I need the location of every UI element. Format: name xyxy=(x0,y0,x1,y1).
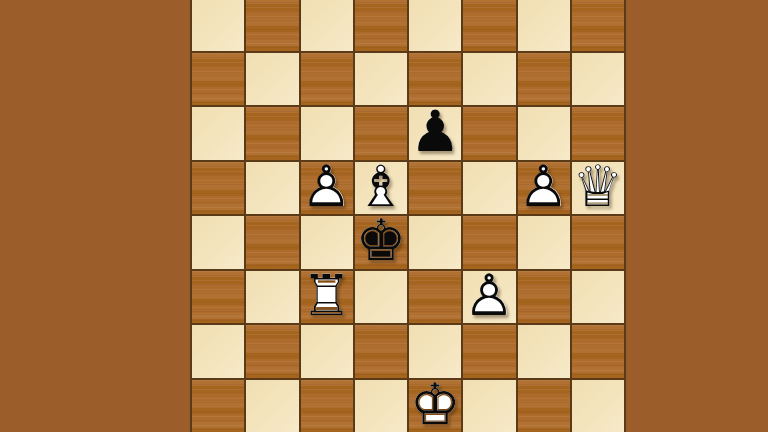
square-a5[interactable] xyxy=(192,162,244,215)
white-pawn[interactable]: ♟♙ xyxy=(301,162,353,215)
square-e1[interactable]: ♚♔ xyxy=(409,380,461,432)
white-rook-fill-glyph: ♜ xyxy=(301,267,352,324)
square-e3[interactable] xyxy=(409,271,461,324)
square-c8[interactable] xyxy=(301,0,353,51)
white-pawn[interactable]: ♟♙ xyxy=(518,162,570,215)
square-e7[interactable] xyxy=(409,53,461,106)
square-b2[interactable] xyxy=(246,325,298,378)
square-b6[interactable] xyxy=(246,107,298,160)
white-bishop[interactable]: ♝♗ xyxy=(355,162,407,215)
square-c2[interactable] xyxy=(301,325,353,378)
square-g3[interactable] xyxy=(518,271,570,324)
white-pawn-outline-glyph: ♙ xyxy=(301,158,352,215)
square-g7[interactable] xyxy=(518,53,570,106)
square-a3[interactable] xyxy=(192,271,244,324)
square-b5[interactable] xyxy=(246,162,298,215)
square-g2[interactable] xyxy=(518,325,570,378)
square-e2[interactable] xyxy=(409,325,461,378)
square-f5[interactable] xyxy=(463,162,515,215)
square-b7[interactable] xyxy=(246,53,298,106)
square-c3[interactable]: ♜♖ xyxy=(301,271,353,324)
square-h1[interactable] xyxy=(572,380,624,432)
white-pawn-outline-glyph: ♙ xyxy=(518,158,569,215)
square-b1[interactable] xyxy=(246,380,298,432)
square-c4[interactable] xyxy=(301,216,353,269)
square-f4[interactable] xyxy=(463,216,515,269)
square-c7[interactable] xyxy=(301,53,353,106)
square-c5[interactable]: ♟♙ xyxy=(301,162,353,215)
white-queen[interactable]: ♛♕ xyxy=(572,162,624,215)
square-h2[interactable] xyxy=(572,325,624,378)
square-g5[interactable]: ♟♙ xyxy=(518,162,570,215)
white-queen-outline-glyph: ♕ xyxy=(572,158,623,215)
square-a6[interactable] xyxy=(192,107,244,160)
square-e4[interactable] xyxy=(409,216,461,269)
square-c6[interactable] xyxy=(301,107,353,160)
square-h8[interactable] xyxy=(572,0,624,51)
black-king-outline-glyph: ♚ xyxy=(355,212,406,269)
square-h6[interactable] xyxy=(572,107,624,160)
square-d3[interactable] xyxy=(355,271,407,324)
square-b3[interactable] xyxy=(246,271,298,324)
square-d5[interactable]: ♝♗ xyxy=(355,162,407,215)
white-pawn-fill-glyph: ♟ xyxy=(518,158,569,215)
white-rook-outline-glyph: ♖ xyxy=(301,267,352,324)
square-h5[interactable]: ♛♕ xyxy=(572,162,624,215)
square-f7[interactable] xyxy=(463,53,515,106)
square-f3[interactable]: ♟♙ xyxy=(463,271,515,324)
black-pawn[interactable]: ♙♟ xyxy=(409,107,461,160)
white-pawn[interactable]: ♟♙ xyxy=(463,271,515,324)
square-a2[interactable] xyxy=(192,325,244,378)
square-f6[interactable] xyxy=(463,107,515,160)
white-bishop-fill-glyph: ♝ xyxy=(355,158,406,215)
square-f1[interactable] xyxy=(463,380,515,432)
chess-board: ♙♟♟♙♝♗♟♙♛♕♔♚♜♖♟♙♚♔ xyxy=(190,0,626,432)
square-d1[interactable] xyxy=(355,380,407,432)
white-pawn-fill-glyph: ♟ xyxy=(464,267,515,324)
black-pawn-outline-glyph: ♟ xyxy=(410,103,461,160)
page-background: ♙♟♟♙♝♗♟♙♛♕♔♚♜♖♟♙♚♔ xyxy=(0,0,768,432)
square-h7[interactable] xyxy=(572,53,624,106)
white-queen-fill-glyph: ♛ xyxy=(572,158,623,215)
square-b8[interactable] xyxy=(246,0,298,51)
square-g4[interactable] xyxy=(518,216,570,269)
square-h3[interactable] xyxy=(572,271,624,324)
square-f2[interactable] xyxy=(463,325,515,378)
square-d2[interactable] xyxy=(355,325,407,378)
black-king[interactable]: ♔♚ xyxy=(355,216,407,269)
square-d4[interactable]: ♔♚ xyxy=(355,216,407,269)
white-king-outline-glyph: ♔ xyxy=(410,376,461,432)
black-king-fill-glyph: ♔ xyxy=(355,212,406,269)
square-d6[interactable] xyxy=(355,107,407,160)
square-h4[interactable] xyxy=(572,216,624,269)
white-pawn-outline-glyph: ♙ xyxy=(464,267,515,324)
white-bishop-outline-glyph: ♗ xyxy=(355,158,406,215)
square-a7[interactable] xyxy=(192,53,244,106)
square-d8[interactable] xyxy=(355,0,407,51)
white-rook[interactable]: ♜♖ xyxy=(301,271,353,324)
square-g6[interactable] xyxy=(518,107,570,160)
white-king[interactable]: ♚♔ xyxy=(409,380,461,432)
white-pawn-fill-glyph: ♟ xyxy=(301,158,352,215)
square-e6[interactable]: ♙♟ xyxy=(409,107,461,160)
square-d7[interactable] xyxy=(355,53,407,106)
square-f8[interactable] xyxy=(463,0,515,51)
square-e8[interactable] xyxy=(409,0,461,51)
white-king-fill-glyph: ♚ xyxy=(410,376,461,432)
square-a1[interactable] xyxy=(192,380,244,432)
square-b4[interactable] xyxy=(246,216,298,269)
square-a8[interactable] xyxy=(192,0,244,51)
black-pawn-fill-glyph: ♙ xyxy=(410,103,461,160)
square-e5[interactable] xyxy=(409,162,461,215)
square-a4[interactable] xyxy=(192,216,244,269)
square-g8[interactable] xyxy=(518,0,570,51)
square-c1[interactable] xyxy=(301,380,353,432)
square-g1[interactable] xyxy=(518,380,570,432)
